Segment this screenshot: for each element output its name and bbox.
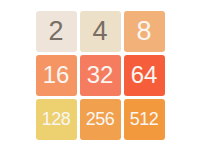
tile-4: 4 (80, 11, 121, 52)
page: 2 4 8 16 32 64 128 256 512 (0, 0, 200, 150)
tile-8: 8 (124, 11, 165, 52)
tile-256: 256 (80, 99, 121, 140)
tile-512: 512 (124, 99, 165, 140)
tile-128: 128 (36, 99, 77, 140)
tile-16: 16 (36, 55, 77, 96)
2048-board[interactable]: 2 4 8 16 32 64 128 256 512 (36, 11, 165, 140)
tile-2: 2 (36, 11, 77, 52)
tile-32: 32 (80, 55, 121, 96)
tile-64: 64 (124, 55, 165, 96)
